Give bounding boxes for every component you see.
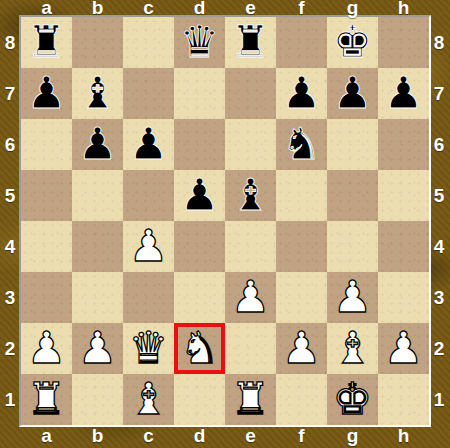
file-label-bottom-h: h	[398, 425, 410, 447]
square-e5[interactable]: ♝	[225, 170, 276, 221]
square-d7[interactable]	[174, 68, 225, 119]
square-e6[interactable]	[225, 119, 276, 170]
square-f3[interactable]	[276, 272, 327, 323]
square-f1[interactable]	[276, 374, 327, 425]
piece-white-pawn[interactable]: ♟	[27, 326, 66, 370]
piece-white-knight[interactable]: ♞	[180, 326, 219, 370]
square-b7[interactable]: ♝	[72, 68, 123, 119]
square-g3[interactable]: ♟	[327, 272, 378, 323]
piece-black-pawn[interactable]: ♟	[384, 71, 423, 115]
file-label-bottom-a: a	[41, 425, 52, 447]
piece-white-bishop[interactable]: ♝	[129, 377, 168, 421]
board: ♜♛♜♚♟♝♟♟♟♟♟♞♟♝♟♟♟♟♟♛♞♟♝♟♜♝♜♚	[19, 15, 431, 427]
rank-label-left-3: 3	[5, 287, 16, 309]
piece-black-pawn[interactable]: ♟	[180, 173, 219, 217]
square-d5[interactable]: ♟	[174, 170, 225, 221]
square-d6[interactable]	[174, 119, 225, 170]
file-label-top-c: c	[143, 0, 154, 19]
piece-white-pawn[interactable]: ♟	[78, 326, 117, 370]
square-b3[interactable]	[72, 272, 123, 323]
piece-black-pawn[interactable]: ♟	[78, 122, 117, 166]
rank-label-left-1: 1	[5, 389, 16, 411]
piece-black-bishop[interactable]: ♝	[78, 71, 117, 115]
square-a4[interactable]	[21, 221, 72, 272]
rank-label-left-5: 5	[5, 185, 16, 207]
square-e3[interactable]: ♟	[225, 272, 276, 323]
square-a7[interactable]: ♟	[21, 68, 72, 119]
square-g8[interactable]: ♚	[327, 17, 378, 68]
piece-black-pawn[interactable]: ♟	[333, 71, 372, 115]
square-c6[interactable]: ♟	[123, 119, 174, 170]
square-e2[interactable]	[225, 323, 276, 374]
file-label-top-d: d	[194, 0, 206, 19]
square-h6[interactable]	[378, 119, 429, 170]
square-h2[interactable]: ♟	[378, 323, 429, 374]
piece-white-rook[interactable]: ♜	[231, 377, 270, 421]
rank-label-right-5: 5	[434, 185, 445, 207]
file-label-top-b: b	[92, 0, 104, 19]
square-h8[interactable]	[378, 17, 429, 68]
square-h3[interactable]	[378, 272, 429, 323]
square-h7[interactable]: ♟	[378, 68, 429, 119]
square-h5[interactable]	[378, 170, 429, 221]
piece-black-pawn[interactable]: ♟	[27, 71, 66, 115]
piece-black-rook[interactable]: ♜	[27, 20, 66, 64]
square-g6[interactable]	[327, 119, 378, 170]
square-b1[interactable]	[72, 374, 123, 425]
square-e4[interactable]	[225, 221, 276, 272]
square-e8[interactable]: ♜	[225, 17, 276, 68]
file-label-top-g: g	[347, 0, 359, 19]
file-label-top-a: a	[41, 0, 52, 19]
rank-label-right-4: 4	[434, 236, 445, 258]
rank-label-left-6: 6	[5, 134, 16, 156]
square-e1[interactable]: ♜	[225, 374, 276, 425]
square-a1[interactable]: ♜	[21, 374, 72, 425]
piece-black-king[interactable]: ♚	[333, 20, 372, 64]
piece-white-queen[interactable]: ♛	[129, 326, 168, 370]
square-e7[interactable]	[225, 68, 276, 119]
square-f5[interactable]	[276, 170, 327, 221]
piece-white-rook[interactable]: ♜	[27, 377, 66, 421]
square-g1[interactable]: ♚	[327, 374, 378, 425]
square-c5[interactable]	[123, 170, 174, 221]
square-b4[interactable]	[72, 221, 123, 272]
square-b5[interactable]	[72, 170, 123, 221]
square-d2[interactable]: ♞	[174, 323, 225, 374]
rank-label-right-3: 3	[434, 287, 445, 309]
square-c7[interactable]	[123, 68, 174, 119]
square-d3[interactable]	[174, 272, 225, 323]
square-a5[interactable]	[21, 170, 72, 221]
file-label-bottom-g: g	[347, 425, 359, 447]
square-f8[interactable]	[276, 17, 327, 68]
square-g7[interactable]: ♟	[327, 68, 378, 119]
square-h1[interactable]	[378, 374, 429, 425]
square-d1[interactable]	[174, 374, 225, 425]
piece-white-bishop[interactable]: ♝	[333, 326, 372, 370]
square-f4[interactable]	[276, 221, 327, 272]
square-c8[interactable]	[123, 17, 174, 68]
square-a3[interactable]	[21, 272, 72, 323]
file-label-top-e: e	[245, 0, 256, 19]
piece-black-bishop[interactable]: ♝	[231, 173, 270, 217]
square-d8[interactable]: ♛	[174, 17, 225, 68]
square-b2[interactable]: ♟	[72, 323, 123, 374]
file-label-bottom-e: e	[245, 425, 256, 447]
piece-white-pawn[interactable]: ♟	[282, 326, 321, 370]
rank-label-right-7: 7	[434, 83, 445, 105]
square-g2[interactable]: ♝	[327, 323, 378, 374]
rank-label-right-6: 6	[434, 134, 445, 156]
file-label-bottom-b: b	[92, 425, 104, 447]
piece-white-pawn[interactable]: ♟	[384, 326, 423, 370]
piece-white-king[interactable]: ♚	[333, 377, 372, 421]
square-d4[interactable]	[174, 221, 225, 272]
chessboard-frame: ♜♛♜♚♟♝♟♟♟♟♟♞♟♝♟♟♟♟♟♛♞♟♝♟♜♝♜♚ aabbccddeef…	[0, 0, 450, 448]
rank-label-left-7: 7	[5, 83, 16, 105]
square-g5[interactable]	[327, 170, 378, 221]
square-a6[interactable]	[21, 119, 72, 170]
rank-label-right-1: 1	[434, 389, 445, 411]
piece-black-pawn[interactable]: ♟	[129, 122, 168, 166]
piece-black-pawn[interactable]: ♟	[282, 71, 321, 115]
file-label-bottom-c: c	[143, 425, 154, 447]
square-b8[interactable]	[72, 17, 123, 68]
square-g4[interactable]	[327, 221, 378, 272]
rank-label-right-2: 2	[434, 338, 445, 360]
rank-label-left-4: 4	[5, 236, 16, 258]
file-label-top-h: h	[398, 0, 410, 19]
rank-label-right-8: 8	[434, 32, 445, 54]
square-c3[interactable]	[123, 272, 174, 323]
square-c4[interactable]: ♟	[123, 221, 174, 272]
rank-label-left-8: 8	[5, 32, 16, 54]
square-c2[interactable]: ♛	[123, 323, 174, 374]
square-h4[interactable]	[378, 221, 429, 272]
square-f2[interactable]: ♟	[276, 323, 327, 374]
square-f7[interactable]: ♟	[276, 68, 327, 119]
file-label-bottom-f: f	[298, 425, 304, 447]
square-f6[interactable]: ♞	[276, 119, 327, 170]
square-a8[interactable]: ♜	[21, 17, 72, 68]
piece-black-queen[interactable]: ♛	[180, 20, 219, 64]
piece-black-rook[interactable]: ♜	[231, 20, 270, 64]
file-label-top-f: f	[298, 0, 304, 19]
square-b6[interactable]: ♟	[72, 119, 123, 170]
file-label-bottom-d: d	[194, 425, 206, 447]
piece-white-pawn[interactable]: ♟	[129, 224, 168, 268]
rank-label-left-2: 2	[5, 338, 16, 360]
piece-white-pawn[interactable]: ♟	[231, 275, 270, 319]
square-c1[interactable]: ♝	[123, 374, 174, 425]
piece-black-knight[interactable]: ♞	[282, 122, 321, 166]
square-a2[interactable]: ♟	[21, 323, 72, 374]
piece-white-pawn[interactable]: ♟	[333, 275, 372, 319]
